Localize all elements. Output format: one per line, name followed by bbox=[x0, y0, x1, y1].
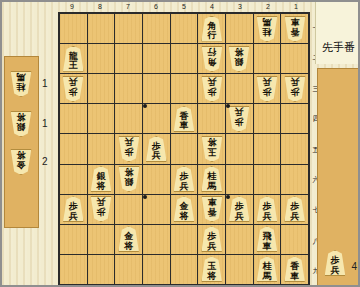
square-3五[interactable] bbox=[226, 134, 253, 163]
file-label-4: 4 bbox=[198, 3, 226, 10]
piece-sente-歩兵[interactable]: 歩兵 bbox=[62, 196, 84, 222]
sente-hand-count-歩兵: 4 bbox=[351, 261, 357, 272]
piece-kanji: 馬 bbox=[17, 72, 26, 82]
gote-hand-銀将[interactable]: 銀将 bbox=[10, 111, 32, 137]
piece-gote-香車[interactable]: 香車 bbox=[201, 196, 223, 222]
square-4八[interactable]: 歩兵 bbox=[198, 225, 225, 254]
square-3九[interactable] bbox=[226, 255, 253, 284]
square-8二[interactable] bbox=[88, 44, 115, 73]
square-5三[interactable] bbox=[171, 74, 198, 103]
piece-kanji: 車 bbox=[179, 121, 188, 131]
piece-kanji: 香 bbox=[207, 207, 216, 217]
square-1五[interactable] bbox=[281, 134, 308, 163]
square-2九[interactable]: 桂馬 bbox=[254, 255, 281, 284]
sente-captured-tray: 歩兵4 bbox=[317, 68, 360, 287]
square-4九[interactable]: 玉将 bbox=[198, 255, 225, 284]
square-8六[interactable]: 銀将 bbox=[88, 165, 115, 194]
piece-kanji: 兵 bbox=[69, 212, 78, 222]
square-8四[interactable] bbox=[88, 104, 115, 133]
square-9六[interactable] bbox=[60, 165, 87, 194]
piece-gote-銀将[interactable]: 銀将 bbox=[118, 166, 140, 192]
square-6八[interactable] bbox=[143, 225, 170, 254]
piece-kanji: 馬 bbox=[207, 182, 216, 192]
square-5一[interactable] bbox=[171, 14, 198, 43]
piece-kanji: 王 bbox=[69, 61, 78, 71]
gote-hand-count-桂馬: 1 bbox=[42, 78, 54, 89]
piece-gote-銀将[interactable]: 銀将 bbox=[10, 111, 32, 137]
piece-kanji: 兵 bbox=[96, 197, 105, 207]
file-label-7: 7 bbox=[114, 3, 142, 10]
gote-hand-count-銀将: 1 bbox=[42, 118, 54, 129]
piece-gote-歩兵[interactable]: 歩兵 bbox=[62, 76, 84, 102]
piece-kanji: 将 bbox=[207, 272, 216, 282]
piece-gote-桂馬[interactable]: 桂馬 bbox=[10, 71, 32, 97]
piece-kanji: 車 bbox=[262, 242, 271, 252]
square-6四[interactable] bbox=[143, 104, 170, 133]
piece-sente-桂馬[interactable]: 桂馬 bbox=[256, 256, 278, 282]
piece-gote-歩兵[interactable]: 歩兵 bbox=[284, 76, 306, 102]
square-2三[interactable]: 歩兵 bbox=[254, 74, 281, 103]
square-1九[interactable]: 香車 bbox=[281, 255, 308, 284]
piece-kanji: 歩 bbox=[207, 86, 216, 96]
hoshi-dot bbox=[226, 104, 230, 108]
square-7二[interactable] bbox=[115, 44, 142, 73]
square-6三[interactable] bbox=[143, 74, 170, 103]
piece-sente-歩兵[interactable]: 歩兵 bbox=[228, 196, 250, 222]
piece-sente-歩兵[interactable]: 歩兵 bbox=[256, 196, 278, 222]
file-label-3: 3 bbox=[226, 3, 254, 10]
file-label-5: 5 bbox=[170, 3, 198, 10]
file-label-6: 6 bbox=[142, 3, 170, 10]
piece-kanji: 歩 bbox=[235, 116, 244, 126]
square-9四[interactable] bbox=[60, 104, 87, 133]
piece-kanji: 行 bbox=[207, 47, 216, 57]
square-7六[interactable]: 銀将 bbox=[115, 165, 142, 194]
square-4四[interactable] bbox=[198, 104, 225, 133]
gote-hand-count-金将: 2 bbox=[42, 156, 54, 167]
square-6一[interactable] bbox=[143, 14, 170, 43]
file-label-2: 2 bbox=[254, 3, 282, 10]
piece-gote-歩兵[interactable]: 歩兵 bbox=[118, 136, 140, 162]
hoshi-dot bbox=[143, 104, 147, 108]
square-9七[interactable]: 歩兵 bbox=[60, 195, 87, 224]
square-2八[interactable]: 飛車 bbox=[254, 225, 281, 254]
piece-kanji: 兵 bbox=[179, 182, 188, 192]
turn-indicator: 先手番 bbox=[316, 40, 360, 55]
square-4五[interactable]: 玉将 bbox=[198, 134, 225, 163]
piece-gote-角行[interactable]: 角行 bbox=[201, 46, 223, 72]
piece-kanji: 兵 bbox=[262, 212, 271, 222]
square-5四[interactable]: 香車 bbox=[171, 104, 198, 133]
piece-kanji: 銀 bbox=[235, 56, 244, 66]
piece-sente-角行[interactable]: 角行 bbox=[201, 16, 223, 42]
square-8九[interactable] bbox=[88, 255, 115, 284]
piece-kanji: 将 bbox=[96, 182, 105, 192]
square-7三[interactable] bbox=[115, 74, 142, 103]
piece-gote-金将[interactable]: 金将 bbox=[10, 149, 32, 175]
square-4一[interactable]: 角行 bbox=[198, 14, 225, 43]
piece-kanji: 車 bbox=[290, 17, 299, 27]
piece-kanji: 兵 bbox=[235, 107, 244, 117]
square-3八[interactable] bbox=[226, 225, 253, 254]
piece-gote-歩兵[interactable]: 歩兵 bbox=[256, 76, 278, 102]
gote-hand-金将[interactable]: 金将 bbox=[10, 149, 32, 175]
square-7四[interactable] bbox=[115, 104, 142, 133]
piece-sente-歩兵[interactable]: 歩兵 bbox=[324, 250, 346, 276]
square-3七[interactable]: 歩兵 bbox=[226, 195, 253, 224]
piece-kanji: 金 bbox=[17, 160, 26, 170]
piece-kanji: 銀 bbox=[124, 177, 133, 187]
square-2六[interactable] bbox=[254, 165, 281, 194]
square-1一[interactable]: 香車 bbox=[281, 14, 308, 43]
gote-hand-桂馬[interactable]: 桂馬 bbox=[10, 71, 32, 97]
shogi-board: 角行桂馬香車龍王角行銀将歩兵歩兵歩兵歩兵香車歩兵歩兵歩兵玉将銀将銀将歩兵桂馬歩兵… bbox=[58, 12, 310, 286]
square-7七[interactable] bbox=[115, 195, 142, 224]
piece-kanji: 桂 bbox=[262, 26, 271, 36]
square-2四[interactable] bbox=[254, 104, 281, 133]
piece-kanji: 兵 bbox=[207, 77, 216, 87]
piece-sente-歩兵[interactable]: 歩兵 bbox=[145, 136, 167, 162]
piece-kanji: 歩 bbox=[69, 86, 78, 96]
square-1三[interactable]: 歩兵 bbox=[281, 74, 308, 103]
piece-sente-金将[interactable]: 金将 bbox=[173, 196, 195, 222]
piece-kanji: 馬 bbox=[262, 17, 271, 27]
piece-sente-金将[interactable]: 金将 bbox=[118, 226, 140, 252]
square-7五[interactable]: 歩兵 bbox=[115, 134, 142, 163]
square-6六[interactable] bbox=[143, 165, 170, 194]
square-8七[interactable]: 歩兵 bbox=[88, 195, 115, 224]
turn-panel: 先手番 bbox=[315, 2, 360, 64]
piece-kanji: 兵 bbox=[262, 77, 271, 87]
square-2七[interactable]: 歩兵 bbox=[254, 195, 281, 224]
piece-kanji: 兵 bbox=[124, 137, 133, 147]
file-label-1: 1 bbox=[282, 3, 310, 10]
square-3六[interactable] bbox=[226, 165, 253, 194]
piece-kanji: 兵 bbox=[331, 266, 340, 276]
square-3三[interactable] bbox=[226, 74, 253, 103]
square-3一[interactable] bbox=[226, 14, 253, 43]
piece-gote-歩兵[interactable]: 歩兵 bbox=[90, 196, 112, 222]
square-8五[interactable] bbox=[88, 134, 115, 163]
square-1八[interactable] bbox=[281, 225, 308, 254]
gote-captured-tray: 桂馬銀将金将 bbox=[4, 56, 39, 228]
square-9一[interactable] bbox=[60, 14, 87, 43]
piece-kanji: 将 bbox=[179, 212, 188, 222]
piece-sente-桂馬[interactable]: 桂馬 bbox=[201, 166, 223, 192]
piece-sente-龍王[interactable]: 龍王 bbox=[62, 46, 84, 72]
piece-kanji: 兵 bbox=[290, 77, 299, 87]
piece-kanji: 歩 bbox=[124, 146, 133, 156]
square-1七[interactable]: 歩兵 bbox=[281, 195, 308, 224]
piece-sente-銀将[interactable]: 銀将 bbox=[90, 166, 112, 192]
square-1四[interactable] bbox=[281, 104, 308, 133]
square-3四[interactable]: 歩兵 bbox=[226, 104, 253, 133]
piece-kanji: 兵 bbox=[235, 212, 244, 222]
square-5六[interactable]: 歩兵 bbox=[171, 165, 198, 194]
square-8三[interactable] bbox=[88, 74, 115, 103]
piece-kanji: 車 bbox=[207, 197, 216, 207]
piece-kanji: 兵 bbox=[152, 151, 161, 161]
sente-hand-歩兵[interactable]: 歩兵 bbox=[324, 250, 346, 276]
square-2一[interactable]: 桂馬 bbox=[254, 14, 281, 43]
piece-kanji: 兵 bbox=[69, 77, 78, 87]
square-6七[interactable] bbox=[143, 195, 170, 224]
piece-kanji: 将 bbox=[207, 137, 216, 147]
piece-sente-香車[interactable]: 香車 bbox=[173, 106, 195, 132]
piece-sente-玉将[interactable]: 玉将 bbox=[201, 256, 223, 282]
piece-kanji: 行 bbox=[207, 31, 216, 41]
piece-kanji: 香 bbox=[290, 26, 299, 36]
piece-kanji: 歩 bbox=[96, 207, 105, 217]
square-9九[interactable] bbox=[60, 255, 87, 284]
square-9八[interactable] bbox=[60, 225, 87, 254]
square-4三[interactable]: 歩兵 bbox=[198, 74, 225, 103]
piece-gote-歩兵[interactable]: 歩兵 bbox=[228, 106, 250, 132]
piece-kanji: 将 bbox=[235, 47, 244, 57]
square-2五[interactable] bbox=[254, 134, 281, 163]
square-2二[interactable] bbox=[254, 44, 281, 73]
file-label-8: 8 bbox=[86, 3, 114, 10]
piece-kanji: 兵 bbox=[207, 242, 216, 252]
square-6二[interactable] bbox=[143, 44, 170, 73]
hoshi-dot bbox=[143, 195, 147, 199]
square-5九[interactable] bbox=[171, 255, 198, 284]
square-5二[interactable] bbox=[171, 44, 198, 73]
square-6五[interactable]: 歩兵 bbox=[143, 134, 170, 163]
piece-kanji: 将 bbox=[17, 112, 26, 122]
square-4六[interactable]: 桂馬 bbox=[198, 165, 225, 194]
piece-gote-歩兵[interactable]: 歩兵 bbox=[201, 76, 223, 102]
square-4七[interactable]: 香車 bbox=[198, 195, 225, 224]
piece-kanji: 将 bbox=[17, 150, 26, 160]
piece-kanji: 歩 bbox=[290, 86, 299, 96]
piece-kanji: 玉 bbox=[207, 146, 216, 156]
piece-sente-飛車[interactable]: 飛車 bbox=[256, 226, 278, 252]
piece-kanji: 歩 bbox=[262, 86, 271, 96]
piece-gote-香車[interactable]: 香車 bbox=[284, 16, 306, 42]
piece-sente-香車[interactable]: 香車 bbox=[284, 256, 306, 282]
piece-kanji: 車 bbox=[290, 272, 299, 282]
piece-sente-歩兵[interactable]: 歩兵 bbox=[284, 196, 306, 222]
square-7一[interactable] bbox=[115, 14, 142, 43]
square-9三[interactable]: 歩兵 bbox=[60, 74, 87, 103]
piece-sente-歩兵[interactable]: 歩兵 bbox=[201, 226, 223, 252]
file-label-9: 9 bbox=[58, 3, 86, 10]
square-5七[interactable]: 金将 bbox=[171, 195, 198, 224]
square-1二[interactable] bbox=[281, 44, 308, 73]
square-7九[interactable] bbox=[115, 255, 142, 284]
piece-kanji: 馬 bbox=[262, 272, 271, 282]
piece-kanji: 銀 bbox=[17, 122, 26, 132]
piece-kanji: 桂 bbox=[17, 82, 26, 92]
piece-gote-桂馬[interactable]: 桂馬 bbox=[256, 16, 278, 42]
square-5五[interactable] bbox=[171, 134, 198, 163]
piece-sente-歩兵[interactable]: 歩兵 bbox=[173, 166, 195, 192]
shogi-app: 987654321 一二三四五六七八九 角行桂馬香車龍王角行銀将歩兵歩兵歩兵歩兵… bbox=[0, 0, 360, 287]
piece-gote-銀将[interactable]: 銀将 bbox=[228, 46, 250, 72]
hoshi-dot bbox=[226, 195, 230, 199]
square-9五[interactable] bbox=[60, 134, 87, 163]
square-9二[interactable]: 龍王 bbox=[60, 44, 87, 73]
piece-kanji: 将 bbox=[124, 167, 133, 177]
piece-gote-玉将[interactable]: 玉将 bbox=[201, 136, 223, 162]
square-5八[interactable] bbox=[171, 225, 198, 254]
square-6九[interactable] bbox=[143, 255, 170, 284]
piece-kanji: 角 bbox=[207, 56, 216, 66]
piece-kanji: 兵 bbox=[290, 212, 299, 222]
square-7八[interactable]: 金将 bbox=[115, 225, 142, 254]
square-1六[interactable] bbox=[281, 165, 308, 194]
piece-kanji: 将 bbox=[124, 242, 133, 252]
square-4二[interactable]: 角行 bbox=[198, 44, 225, 73]
square-8八[interactable] bbox=[88, 225, 115, 254]
square-8一[interactable] bbox=[88, 14, 115, 43]
square-3二[interactable]: 銀将 bbox=[226, 44, 253, 73]
